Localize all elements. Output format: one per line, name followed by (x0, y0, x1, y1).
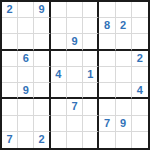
cell-r4c7[interactable] (99, 51, 115, 67)
cell-r1c9[interactable] (132, 2, 148, 18)
cell-r7c7[interactable] (99, 99, 115, 115)
cell-r4c3[interactable] (34, 51, 50, 67)
cell-r5c6[interactable]: 1 (83, 67, 99, 83)
cell-r1c3[interactable]: 9 (34, 2, 50, 18)
cell-r4c4[interactable] (51, 51, 67, 67)
cell-r4c9[interactable]: 2 (132, 51, 148, 67)
cell-r4c2[interactable]: 6 (18, 51, 34, 67)
cell-r3c4[interactable] (51, 34, 67, 50)
cell-r9c5[interactable] (67, 132, 83, 148)
cell-r9c8[interactable] (116, 132, 132, 148)
cell-r9c7[interactable] (99, 132, 115, 148)
cell-r9c2[interactable] (18, 132, 34, 148)
cell-r5c2[interactable] (18, 67, 34, 83)
cell-r1c2[interactable] (18, 2, 34, 18)
cell-r8c4[interactable] (51, 116, 67, 132)
cell-r3c2[interactable] (18, 34, 34, 50)
cell-r8c7[interactable]: 7 (99, 116, 115, 132)
cell-r3c1[interactable] (2, 34, 18, 50)
cell-r5c8[interactable] (116, 67, 132, 83)
cell-r7c3[interactable] (34, 99, 50, 115)
cell-r1c8[interactable] (116, 2, 132, 18)
cell-r2c5[interactable] (67, 18, 83, 34)
cell-r2c7[interactable]: 8 (99, 18, 115, 34)
cell-r3c3[interactable] (34, 34, 50, 50)
cell-r4c5[interactable] (67, 51, 83, 67)
cell-r1c1[interactable]: 2 (2, 2, 18, 18)
cell-r9c1[interactable]: 7 (2, 132, 18, 148)
cell-r7c5[interactable]: 7 (67, 99, 83, 115)
cell-r6c4[interactable] (51, 83, 67, 99)
cell-r8c6[interactable] (83, 116, 99, 132)
cell-r8c8[interactable]: 9 (116, 116, 132, 132)
cell-r9c4[interactable] (51, 132, 67, 148)
cell-r7c4[interactable] (51, 99, 67, 115)
cell-r3c8[interactable] (116, 34, 132, 50)
cell-r8c9[interactable] (132, 116, 148, 132)
cell-r4c1[interactable] (2, 51, 18, 67)
cell-r9c6[interactable] (83, 132, 99, 148)
cell-r2c1[interactable] (2, 18, 18, 34)
cell-r4c6[interactable] (83, 51, 99, 67)
cell-r7c6[interactable] (83, 99, 99, 115)
cell-r5c9[interactable] (132, 67, 148, 83)
cell-r5c1[interactable] (2, 67, 18, 83)
cell-r5c4[interactable]: 4 (51, 67, 67, 83)
sudoku-board: 2982962419477972 (0, 0, 150, 150)
cell-r8c1[interactable] (2, 116, 18, 132)
cell-r7c1[interactable] (2, 99, 18, 115)
cell-r1c7[interactable] (99, 2, 115, 18)
cell-r8c3[interactable] (34, 116, 50, 132)
cell-r8c2[interactable] (18, 116, 34, 132)
cell-r6c1[interactable] (2, 83, 18, 99)
cell-r8c5[interactable] (67, 116, 83, 132)
cell-r6c2[interactable]: 9 (18, 83, 34, 99)
cell-r6c5[interactable] (67, 83, 83, 99)
cell-r1c5[interactable] (67, 2, 83, 18)
cell-r6c6[interactable] (83, 83, 99, 99)
cell-r7c8[interactable] (116, 99, 132, 115)
cell-r4c8[interactable] (116, 51, 132, 67)
cell-r2c3[interactable] (34, 18, 50, 34)
cell-r7c2[interactable] (18, 99, 34, 115)
cell-r2c2[interactable] (18, 18, 34, 34)
cell-r9c9[interactable] (132, 132, 148, 148)
cell-r2c6[interactable] (83, 18, 99, 34)
cell-r6c7[interactable] (99, 83, 115, 99)
cell-r7c9[interactable] (132, 99, 148, 115)
cell-r3c5[interactable]: 9 (67, 34, 83, 50)
cell-r5c5[interactable] (67, 67, 83, 83)
cell-r2c9[interactable] (132, 18, 148, 34)
cell-r1c6[interactable] (83, 2, 99, 18)
cell-r6c8[interactable] (116, 83, 132, 99)
cell-r6c9[interactable]: 4 (132, 83, 148, 99)
cell-r3c7[interactable] (99, 34, 115, 50)
cell-r2c8[interactable]: 2 (116, 18, 132, 34)
cell-r5c7[interactable] (99, 67, 115, 83)
cell-r1c4[interactable] (51, 2, 67, 18)
cell-r5c3[interactable] (34, 67, 50, 83)
cell-r2c4[interactable] (51, 18, 67, 34)
cell-r3c9[interactable] (132, 34, 148, 50)
cell-r9c3[interactable]: 2 (34, 132, 50, 148)
cell-r3c6[interactable] (83, 34, 99, 50)
cell-r6c3[interactable] (34, 83, 50, 99)
